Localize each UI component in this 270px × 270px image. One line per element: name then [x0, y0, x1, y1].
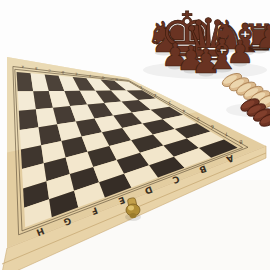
square-h3[interactable]	[19, 109, 39, 130]
chess-piece-pawn[interactable]: ♟	[226, 33, 255, 71]
chess-piece-pawn[interactable]: ♟	[255, 18, 270, 56]
square-h2[interactable]	[18, 91, 36, 111]
square-h1[interactable]	[17, 72, 34, 91]
scene: ♞♚♛♞♝♜♟♟♟♟♝♟HGFEDCBAABCDEFGH12345678	[0, 0, 270, 270]
